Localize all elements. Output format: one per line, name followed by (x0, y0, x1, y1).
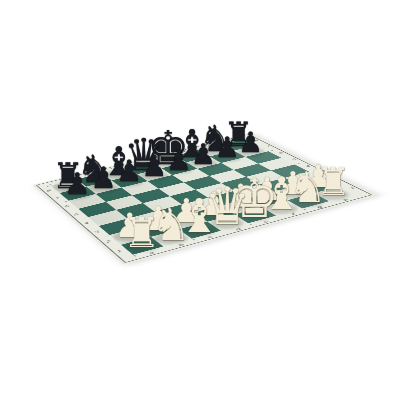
piece-black-pawn[interactable]: ♟︎ (116, 157, 142, 186)
piece-black-pawn[interactable]: ♟︎ (64, 170, 91, 200)
piece-black-pawn[interactable]: ♟︎ (191, 140, 217, 169)
chess-set-photo: aabbccddeeffgghh8877665544332211 ♜︎♞︎♝︎♛… (0, 0, 400, 400)
piece-white-rook[interactable]: ♜︎ (123, 213, 160, 254)
piece-black-pawn[interactable]: ♟︎ (141, 151, 167, 180)
piece-black-pawn[interactable]: ♟︎ (238, 128, 263, 156)
piece-black-pawn[interactable]: ♟︎ (90, 163, 117, 193)
piece-black-pawn[interactable]: ♟︎ (166, 145, 192, 174)
piece-black-pawn[interactable]: ♟︎ (214, 134, 239, 162)
